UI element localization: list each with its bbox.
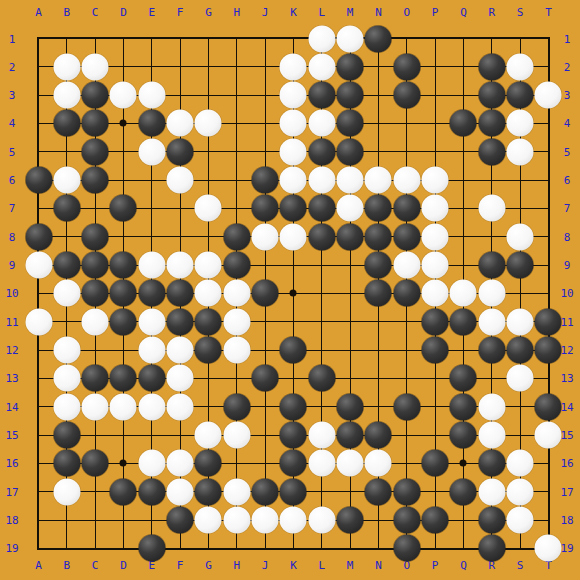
row-label-left: 1: [9, 33, 16, 44]
white-stone-G4[interactable]: [195, 110, 222, 137]
black-stone-L5[interactable]: [308, 138, 335, 165]
black-stone-J7[interactable]: [252, 195, 279, 222]
white-stone-K3[interactable]: [280, 82, 307, 109]
row-label-right: 19: [560, 543, 573, 554]
white-stone-L1[interactable]: [308, 25, 335, 52]
black-stone-K14[interactable]: [280, 393, 307, 420]
white-stone-M7[interactable]: [337, 195, 364, 222]
row-label-right: 6: [564, 175, 571, 186]
col-label-top: N: [375, 7, 382, 18]
black-stone-M18[interactable]: [337, 507, 364, 534]
black-stone-S3[interactable]: [507, 82, 534, 109]
white-stone-N6[interactable]: [365, 167, 392, 194]
black-stone-R12[interactable]: [478, 337, 505, 364]
white-stone-H18[interactable]: [223, 507, 250, 534]
black-stone-J10[interactable]: [252, 280, 279, 307]
white-stone-B14[interactable]: [53, 393, 80, 420]
black-stone-N15[interactable]: [365, 422, 392, 449]
col-label-top: F: [177, 7, 184, 18]
black-stone-O10[interactable]: [393, 280, 420, 307]
col-label-bottom: K: [290, 560, 297, 571]
row-label-left: 8: [9, 231, 16, 242]
white-stone-E11[interactable]: [138, 308, 165, 335]
white-stone-F6[interactable]: [167, 167, 194, 194]
white-stone-B10[interactable]: [53, 280, 80, 307]
white-stone-S2[interactable]: [507, 53, 534, 80]
black-stone-B7[interactable]: [53, 195, 80, 222]
white-stone-Q10[interactable]: [450, 280, 477, 307]
black-stone-J17[interactable]: [252, 478, 279, 505]
white-stone-E9[interactable]: [138, 252, 165, 279]
row-label-right: 10: [560, 288, 573, 299]
black-stone-P12[interactable]: [422, 337, 449, 364]
white-stone-B6[interactable]: [53, 167, 80, 194]
white-stone-R11[interactable]: [478, 308, 505, 335]
black-stone-K7[interactable]: [280, 195, 307, 222]
white-stone-S18[interactable]: [507, 507, 534, 534]
black-stone-T11[interactable]: [535, 308, 562, 335]
row-label-right: 2: [564, 61, 571, 72]
black-stone-P16[interactable]: [422, 450, 449, 477]
white-stone-S11[interactable]: [507, 308, 534, 335]
white-stone-T19[interactable]: [535, 535, 562, 562]
black-stone-F18[interactable]: [167, 507, 194, 534]
white-stone-F16[interactable]: [167, 450, 194, 477]
white-stone-E3[interactable]: [138, 82, 165, 109]
black-stone-O7[interactable]: [393, 195, 420, 222]
white-stone-K4[interactable]: [280, 110, 307, 137]
white-stone-P8[interactable]: [422, 223, 449, 250]
col-label-top: M: [347, 7, 354, 18]
white-stone-F9[interactable]: [167, 252, 194, 279]
white-stone-H12[interactable]: [223, 337, 250, 364]
row-label-left: 13: [5, 373, 18, 384]
black-stone-C10[interactable]: [82, 280, 109, 307]
white-stone-H15[interactable]: [223, 422, 250, 449]
row-label-left: 6: [9, 175, 16, 186]
black-stone-C3[interactable]: [82, 82, 109, 109]
white-stone-O9[interactable]: [393, 252, 420, 279]
black-stone-L7[interactable]: [308, 195, 335, 222]
white-stone-K8[interactable]: [280, 223, 307, 250]
black-stone-N1[interactable]: [365, 25, 392, 52]
black-stone-O2[interactable]: [393, 53, 420, 80]
col-label-top: A: [35, 7, 42, 18]
col-label-top: T: [545, 7, 552, 18]
row-label-right: 1: [564, 33, 571, 44]
white-stone-H11[interactable]: [223, 308, 250, 335]
star-point-D16: [120, 460, 127, 467]
white-stone-N16[interactable]: [365, 450, 392, 477]
white-stone-T15[interactable]: [535, 422, 562, 449]
black-stone-C4[interactable]: [82, 110, 109, 137]
row-label-left: 2: [9, 61, 16, 72]
white-stone-S8[interactable]: [507, 223, 534, 250]
black-stone-T14[interactable]: [535, 393, 562, 420]
row-label-left: 18: [5, 515, 18, 526]
col-label-top: J: [262, 7, 269, 18]
white-stone-G10[interactable]: [195, 280, 222, 307]
black-stone-R18[interactable]: [478, 507, 505, 534]
white-stone-D3[interactable]: [110, 82, 137, 109]
white-stone-L18[interactable]: [308, 507, 335, 534]
col-label-top: S: [517, 7, 524, 18]
white-stone-S13[interactable]: [507, 365, 534, 392]
row-label-left: 17: [5, 486, 18, 497]
white-stone-L16[interactable]: [308, 450, 335, 477]
white-stone-L6[interactable]: [308, 167, 335, 194]
white-stone-A9[interactable]: [25, 252, 52, 279]
row-label-left: 15: [5, 430, 18, 441]
white-stone-D14[interactable]: [110, 393, 137, 420]
black-stone-C6[interactable]: [82, 167, 109, 194]
black-stone-B4[interactable]: [53, 110, 80, 137]
black-stone-E19[interactable]: [138, 535, 165, 562]
white-stone-G7[interactable]: [195, 195, 222, 222]
col-label-top: C: [92, 7, 99, 18]
black-stone-D9[interactable]: [110, 252, 137, 279]
row-label-left: 14: [5, 401, 18, 412]
white-stone-S5[interactable]: [507, 138, 534, 165]
white-stone-T3[interactable]: [535, 82, 562, 109]
row-label-right: 15: [560, 430, 573, 441]
black-stone-M8[interactable]: [337, 223, 364, 250]
star-point-K10: [290, 290, 297, 297]
black-stone-G12[interactable]: [195, 337, 222, 364]
row-label-right: 14: [560, 401, 573, 412]
col-label-top: D: [120, 7, 127, 18]
col-label-top: B: [64, 7, 71, 18]
white-stone-P6[interactable]: [422, 167, 449, 194]
white-stone-S4[interactable]: [507, 110, 534, 137]
white-stone-E14[interactable]: [138, 393, 165, 420]
black-stone-O17[interactable]: [393, 478, 420, 505]
star-point-D4: [120, 120, 127, 127]
white-stone-C14[interactable]: [82, 393, 109, 420]
col-label-top: O: [403, 7, 410, 18]
row-label-right: 18: [560, 515, 573, 526]
black-stone-C5[interactable]: [82, 138, 109, 165]
row-label-left: 19: [5, 543, 18, 554]
white-stone-K5[interactable]: [280, 138, 307, 165]
white-stone-K2[interactable]: [280, 53, 307, 80]
black-stone-E4[interactable]: [138, 110, 165, 137]
white-stone-E12[interactable]: [138, 337, 165, 364]
black-stone-L13[interactable]: [308, 365, 335, 392]
col-label-top: K: [290, 7, 297, 18]
white-stone-S17[interactable]: [507, 478, 534, 505]
white-stone-B12[interactable]: [53, 337, 80, 364]
row-label-left: 9: [9, 260, 16, 271]
row-label-right: 11: [560, 316, 573, 327]
black-stone-R19[interactable]: [478, 535, 505, 562]
white-stone-R10[interactable]: [478, 280, 505, 307]
col-label-bottom: P: [432, 560, 439, 571]
white-stone-B2[interactable]: [53, 53, 80, 80]
col-label-bottom: B: [64, 560, 71, 571]
white-stone-E5[interactable]: [138, 138, 165, 165]
row-label-right: 5: [564, 146, 571, 157]
white-stone-P9[interactable]: [422, 252, 449, 279]
white-stone-H10[interactable]: [223, 280, 250, 307]
white-stone-J8[interactable]: [252, 223, 279, 250]
white-stone-R14[interactable]: [478, 393, 505, 420]
white-stone-F14[interactable]: [167, 393, 194, 420]
black-stone-R2[interactable]: [478, 53, 505, 80]
black-stone-O14[interactable]: [393, 393, 420, 420]
row-label-right: 9: [564, 260, 571, 271]
black-stone-G11[interactable]: [195, 308, 222, 335]
white-stone-R17[interactable]: [478, 478, 505, 505]
white-stone-B3[interactable]: [53, 82, 80, 109]
black-stone-K16[interactable]: [280, 450, 307, 477]
black-stone-R5[interactable]: [478, 138, 505, 165]
white-stone-G15[interactable]: [195, 422, 222, 449]
white-stone-L15[interactable]: [308, 422, 335, 449]
col-label-top: P: [432, 7, 439, 18]
black-stone-Q17[interactable]: [450, 478, 477, 505]
black-stone-D7[interactable]: [110, 195, 137, 222]
black-stone-N7[interactable]: [365, 195, 392, 222]
black-stone-C8[interactable]: [82, 223, 109, 250]
white-stone-R7[interactable]: [478, 195, 505, 222]
black-stone-G17[interactable]: [195, 478, 222, 505]
black-stone-M4[interactable]: [337, 110, 364, 137]
row-label-right: 3: [564, 90, 571, 101]
black-stone-C16[interactable]: [82, 450, 109, 477]
white-stone-F4[interactable]: [167, 110, 194, 137]
black-stone-H8[interactable]: [223, 223, 250, 250]
white-stone-P7[interactable]: [422, 195, 449, 222]
black-stone-Q15[interactable]: [450, 422, 477, 449]
black-stone-A6[interactable]: [25, 167, 52, 194]
black-stone-K15[interactable]: [280, 422, 307, 449]
col-label-bottom: C: [92, 560, 99, 571]
black-stone-B15[interactable]: [53, 422, 80, 449]
white-stone-F13[interactable]: [167, 365, 194, 392]
black-stone-L3[interactable]: [308, 82, 335, 109]
white-stone-J18[interactable]: [252, 507, 279, 534]
black-stone-A8[interactable]: [25, 223, 52, 250]
white-stone-F17[interactable]: [167, 478, 194, 505]
black-stone-H9[interactable]: [223, 252, 250, 279]
black-stone-R3[interactable]: [478, 82, 505, 109]
col-label-bottom: L: [318, 560, 325, 571]
white-stone-M16[interactable]: [337, 450, 364, 477]
col-label-top: H: [233, 7, 240, 18]
black-stone-C9[interactable]: [82, 252, 109, 279]
black-stone-F5[interactable]: [167, 138, 194, 165]
white-stone-E16[interactable]: [138, 450, 165, 477]
black-stone-R16[interactable]: [478, 450, 505, 477]
black-stone-N17[interactable]: [365, 478, 392, 505]
black-stone-E10[interactable]: [138, 280, 165, 307]
col-label-top: L: [318, 7, 325, 18]
black-stone-E13[interactable]: [138, 365, 165, 392]
white-stone-K6[interactable]: [280, 167, 307, 194]
black-stone-S12[interactable]: [507, 337, 534, 364]
black-stone-L8[interactable]: [308, 223, 335, 250]
black-stone-O18[interactable]: [393, 507, 420, 534]
row-label-right: 12: [560, 345, 573, 356]
black-stone-N8[interactable]: [365, 223, 392, 250]
row-label-left: 11: [5, 316, 18, 327]
white-stone-K18[interactable]: [280, 507, 307, 534]
white-stone-B13[interactable]: [53, 365, 80, 392]
col-label-bottom: Q: [460, 560, 467, 571]
col-label-bottom: N: [375, 560, 382, 571]
black-stone-O3[interactable]: [393, 82, 420, 109]
black-stone-F11[interactable]: [167, 308, 194, 335]
white-stone-R15[interactable]: [478, 422, 505, 449]
black-stone-E17[interactable]: [138, 478, 165, 505]
white-stone-C2[interactable]: [82, 53, 109, 80]
black-stone-N9[interactable]: [365, 252, 392, 279]
black-stone-F10[interactable]: [167, 280, 194, 307]
row-label-right: 8: [564, 231, 571, 242]
col-label-bottom: H: [233, 560, 240, 571]
black-stone-R9[interactable]: [478, 252, 505, 279]
col-label-top: E: [149, 7, 156, 18]
row-label-left: 7: [9, 203, 16, 214]
white-stone-M6[interactable]: [337, 167, 364, 194]
black-stone-K17[interactable]: [280, 478, 307, 505]
black-stone-D10[interactable]: [110, 280, 137, 307]
white-stone-G18[interactable]: [195, 507, 222, 534]
black-stone-D17[interactable]: [110, 478, 137, 505]
go-board: AABBCCDDEEFFGGHHJJKKLLMMNNOOPPQQRRSSTT11…: [0, 0, 580, 580]
col-label-top: Q: [460, 7, 467, 18]
white-stone-H17[interactable]: [223, 478, 250, 505]
black-stone-M14[interactable]: [337, 393, 364, 420]
white-stone-L2[interactable]: [308, 53, 335, 80]
black-stone-Q14[interactable]: [450, 393, 477, 420]
black-stone-O8[interactable]: [393, 223, 420, 250]
col-label-bottom: G: [205, 560, 212, 571]
row-label-left: 4: [9, 118, 16, 129]
row-label-right: 13: [560, 373, 573, 384]
black-stone-C13[interactable]: [82, 365, 109, 392]
white-stone-P10[interactable]: [422, 280, 449, 307]
black-stone-M15[interactable]: [337, 422, 364, 449]
black-stone-B9[interactable]: [53, 252, 80, 279]
row-label-right: 16: [560, 458, 573, 469]
black-stone-J6[interactable]: [252, 167, 279, 194]
row-label-left: 3: [9, 90, 16, 101]
black-stone-Q13[interactable]: [450, 365, 477, 392]
black-stone-D13[interactable]: [110, 365, 137, 392]
white-stone-F12[interactable]: [167, 337, 194, 364]
black-stone-H14[interactable]: [223, 393, 250, 420]
white-stone-O6[interactable]: [393, 167, 420, 194]
row-label-left: 10: [5, 288, 18, 299]
black-stone-M5[interactable]: [337, 138, 364, 165]
row-label-right: 17: [560, 486, 573, 497]
white-stone-L4[interactable]: [308, 110, 335, 137]
white-stone-G9[interactable]: [195, 252, 222, 279]
col-label-top: R: [488, 7, 495, 18]
white-stone-B17[interactable]: [53, 478, 80, 505]
black-stone-J13[interactable]: [252, 365, 279, 392]
black-stone-G16[interactable]: [195, 450, 222, 477]
row-label-left: 5: [9, 146, 16, 157]
col-label-bottom: J: [262, 560, 269, 571]
star-point-Q16: [460, 460, 467, 467]
black-stone-M2[interactable]: [337, 53, 364, 80]
col-label-bottom: D: [120, 560, 127, 571]
col-label-bottom: A: [35, 560, 42, 571]
white-stone-S16[interactable]: [507, 450, 534, 477]
white-stone-C11[interactable]: [82, 308, 109, 335]
black-stone-M3[interactable]: [337, 82, 364, 109]
black-stone-T12[interactable]: [535, 337, 562, 364]
col-label-bottom: M: [347, 560, 354, 571]
black-stone-R4[interactable]: [478, 110, 505, 137]
row-label-right: 4: [564, 118, 571, 129]
black-stone-Q4[interactable]: [450, 110, 477, 137]
white-stone-A11[interactable]: [25, 308, 52, 335]
black-stone-P11[interactable]: [422, 308, 449, 335]
white-stone-M1[interactable]: [337, 25, 364, 52]
black-stone-S9[interactable]: [507, 252, 534, 279]
col-label-top: G: [205, 7, 212, 18]
black-stone-O19[interactable]: [393, 535, 420, 562]
black-stone-P18[interactable]: [422, 507, 449, 534]
row-label-right: 7: [564, 203, 571, 214]
black-stone-N10[interactable]: [365, 280, 392, 307]
row-label-left: 16: [5, 458, 18, 469]
black-stone-Q11[interactable]: [450, 308, 477, 335]
black-stone-D11[interactable]: [110, 308, 137, 335]
black-stone-B16[interactable]: [53, 450, 80, 477]
col-label-bottom: S: [517, 560, 524, 571]
col-label-bottom: F: [177, 560, 184, 571]
black-stone-K12[interactable]: [280, 337, 307, 364]
row-label-left: 12: [5, 345, 18, 356]
